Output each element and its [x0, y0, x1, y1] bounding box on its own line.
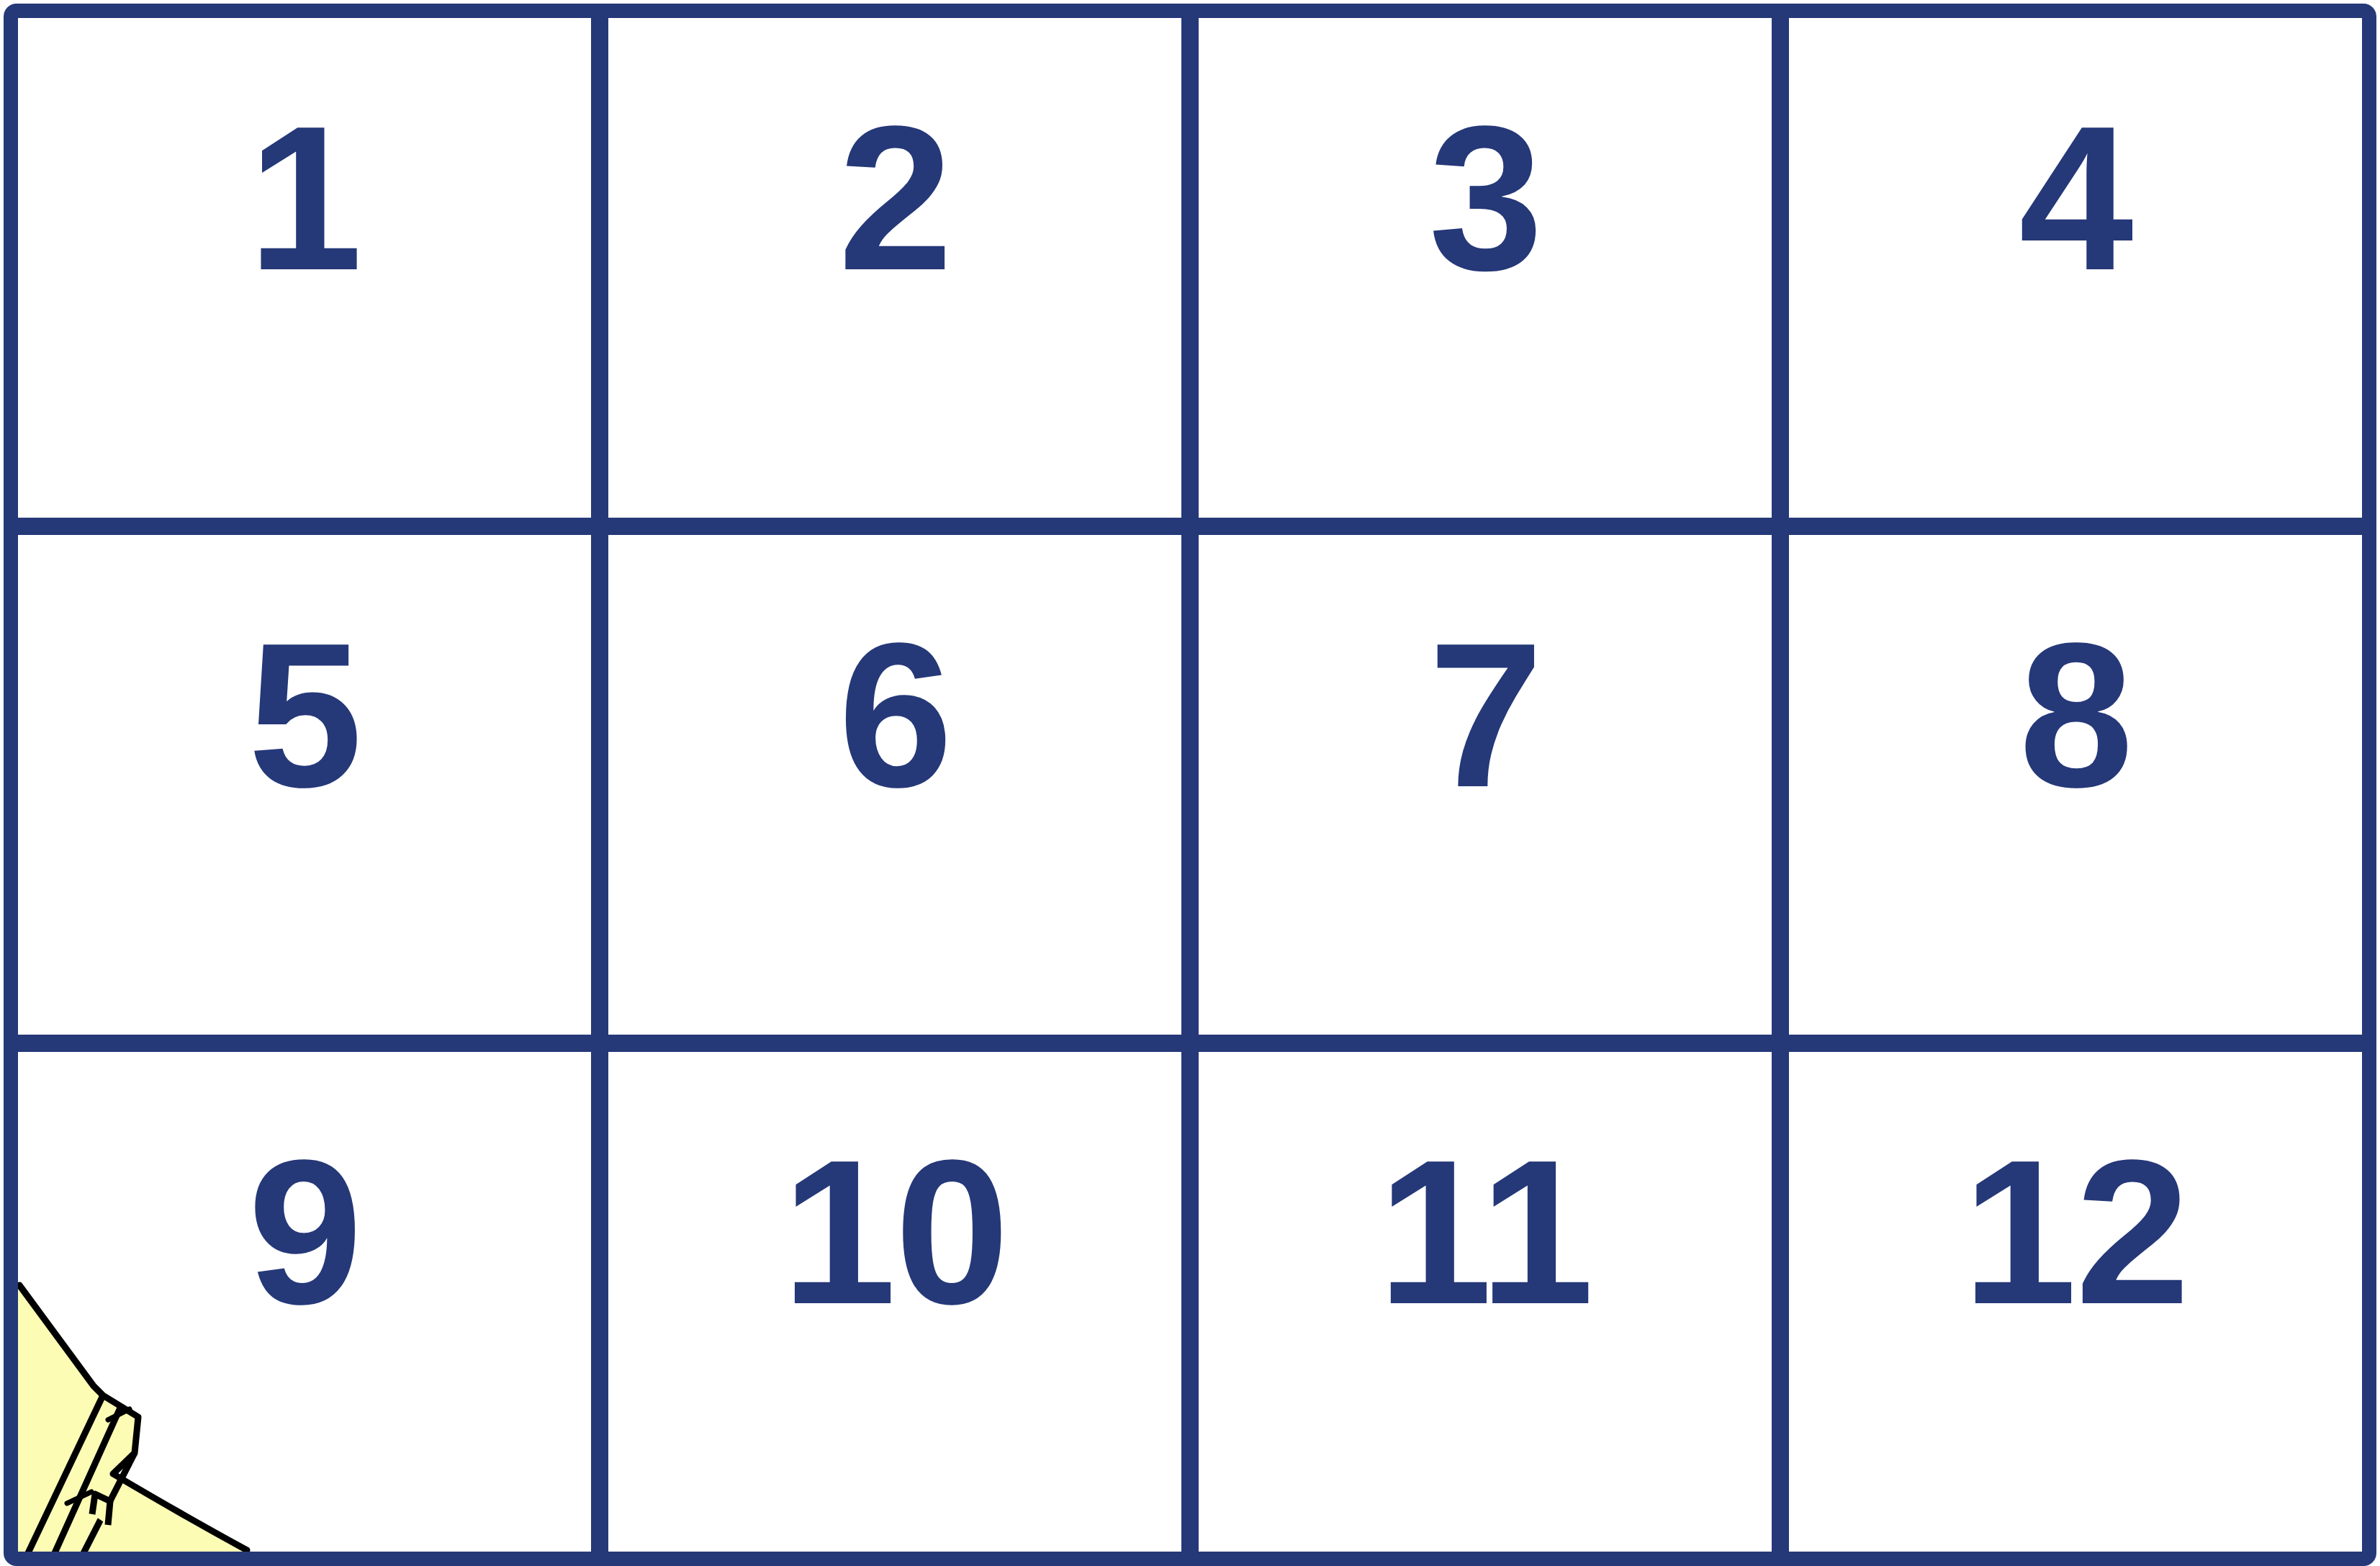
cell-number: 2 [838, 95, 951, 301]
cell-5: 5 [18, 535, 591, 1035]
cell-number: 6 [838, 612, 951, 818]
corner-clipart [18, 1285, 248, 1552]
cell-1: 1 [18, 18, 591, 518]
cell-number: 8 [2019, 612, 2132, 818]
page: 1 2 3 4 5 6 7 8 9 [0, 0, 2380, 1566]
grid: 1 2 3 4 5 6 7 8 9 [18, 18, 2362, 1552]
cell-number: 4 [2019, 95, 2132, 301]
cell-8: 8 [1789, 535, 2362, 1035]
number-grid-board: 1 2 3 4 5 6 7 8 9 [4, 4, 2376, 1566]
cell-number: 10 [782, 1129, 1008, 1335]
cell-6: 6 [608, 535, 1181, 1035]
cell-9: 9 [18, 1052, 591, 1552]
cell-3: 3 [1199, 18, 1772, 518]
cell-11: 11 [1199, 1052, 1772, 1552]
cell-number: 9 [248, 1129, 361, 1335]
cell-number: 12 [1962, 1129, 2189, 1335]
cell-12: 12 [1789, 1052, 2362, 1552]
cell-7: 7 [1199, 535, 1772, 1035]
cell-10: 10 [608, 1052, 1181, 1552]
cell-number: 1 [248, 95, 361, 301]
cell-number: 3 [1428, 95, 1541, 301]
cell-number: 5 [248, 612, 361, 818]
cell-4: 4 [1789, 18, 2362, 518]
cell-number: 11 [1378, 1129, 1592, 1335]
cell-2: 2 [608, 18, 1181, 518]
cell-number: 7 [1428, 612, 1541, 818]
